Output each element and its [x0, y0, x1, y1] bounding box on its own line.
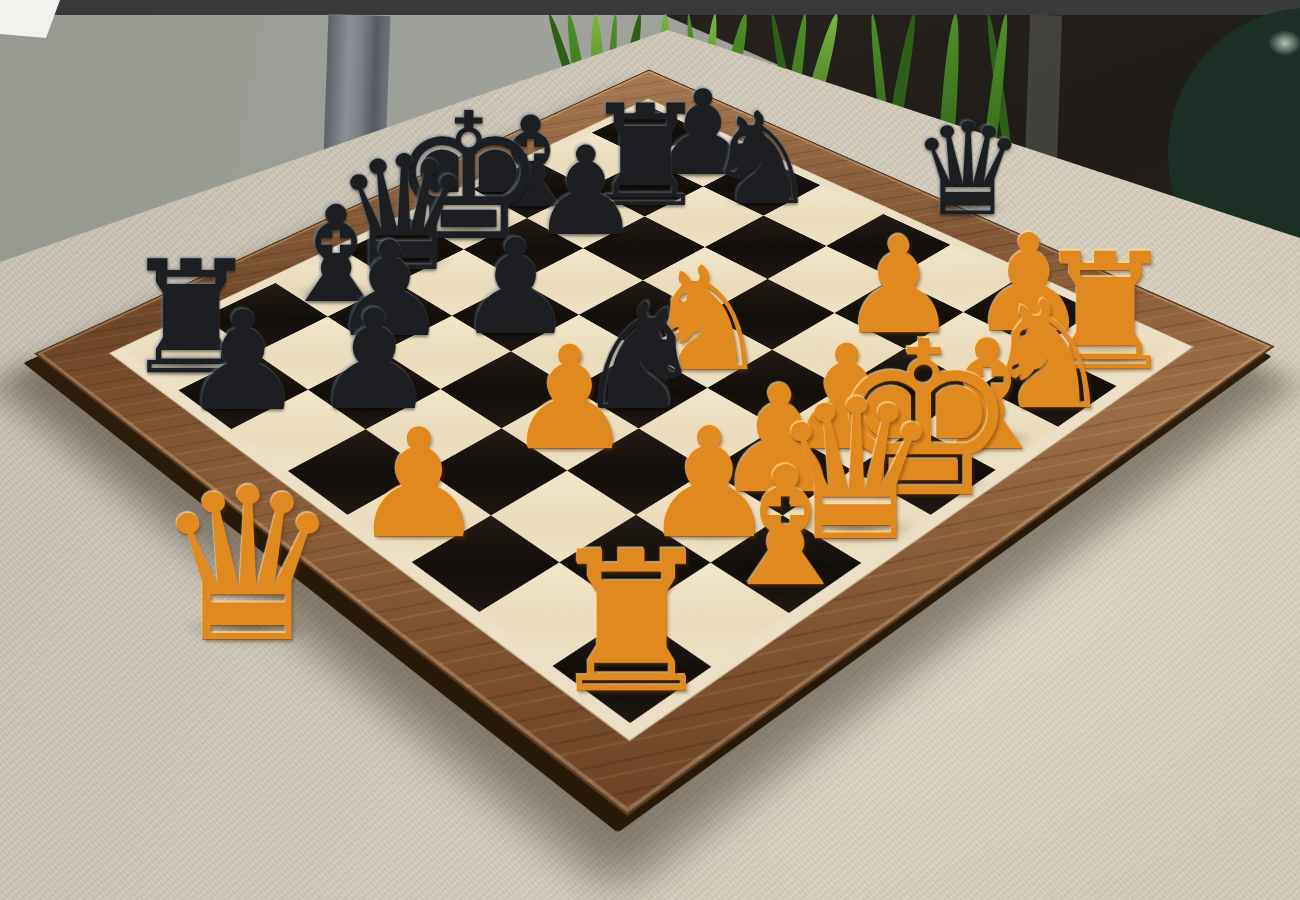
piece-orange-rook-h8[interactable]: ♜ [535, 527, 729, 721]
pieces-layer: ♜♟♟♝♟♛♟♚♝♟♜♟♞♞♟♜♟♟♝♛♟♚♞♟♝♟♞♟♜♛♛ [0, 0, 1300, 900]
piece-orange-pawn-e8[interactable]: ♟ [344, 409, 494, 559]
piece-orange-pawn-e6[interactable]: ♟ [498, 328, 641, 471]
piece-orange-queen-offboard[interactable]: ♛ [142, 461, 353, 672]
piece-black-pawn-b8[interactable]: ♟ [174, 293, 311, 430]
piece-black-knight-c1[interactable]: ♞ [698, 96, 825, 223]
photo-stage: ♜♟♟♝♟♛♟♚♝♟♜♟♞♞♟♜♟♟♝♛♟♚♞♟♝♟♞♟♜♛♛ [0, 0, 1300, 900]
